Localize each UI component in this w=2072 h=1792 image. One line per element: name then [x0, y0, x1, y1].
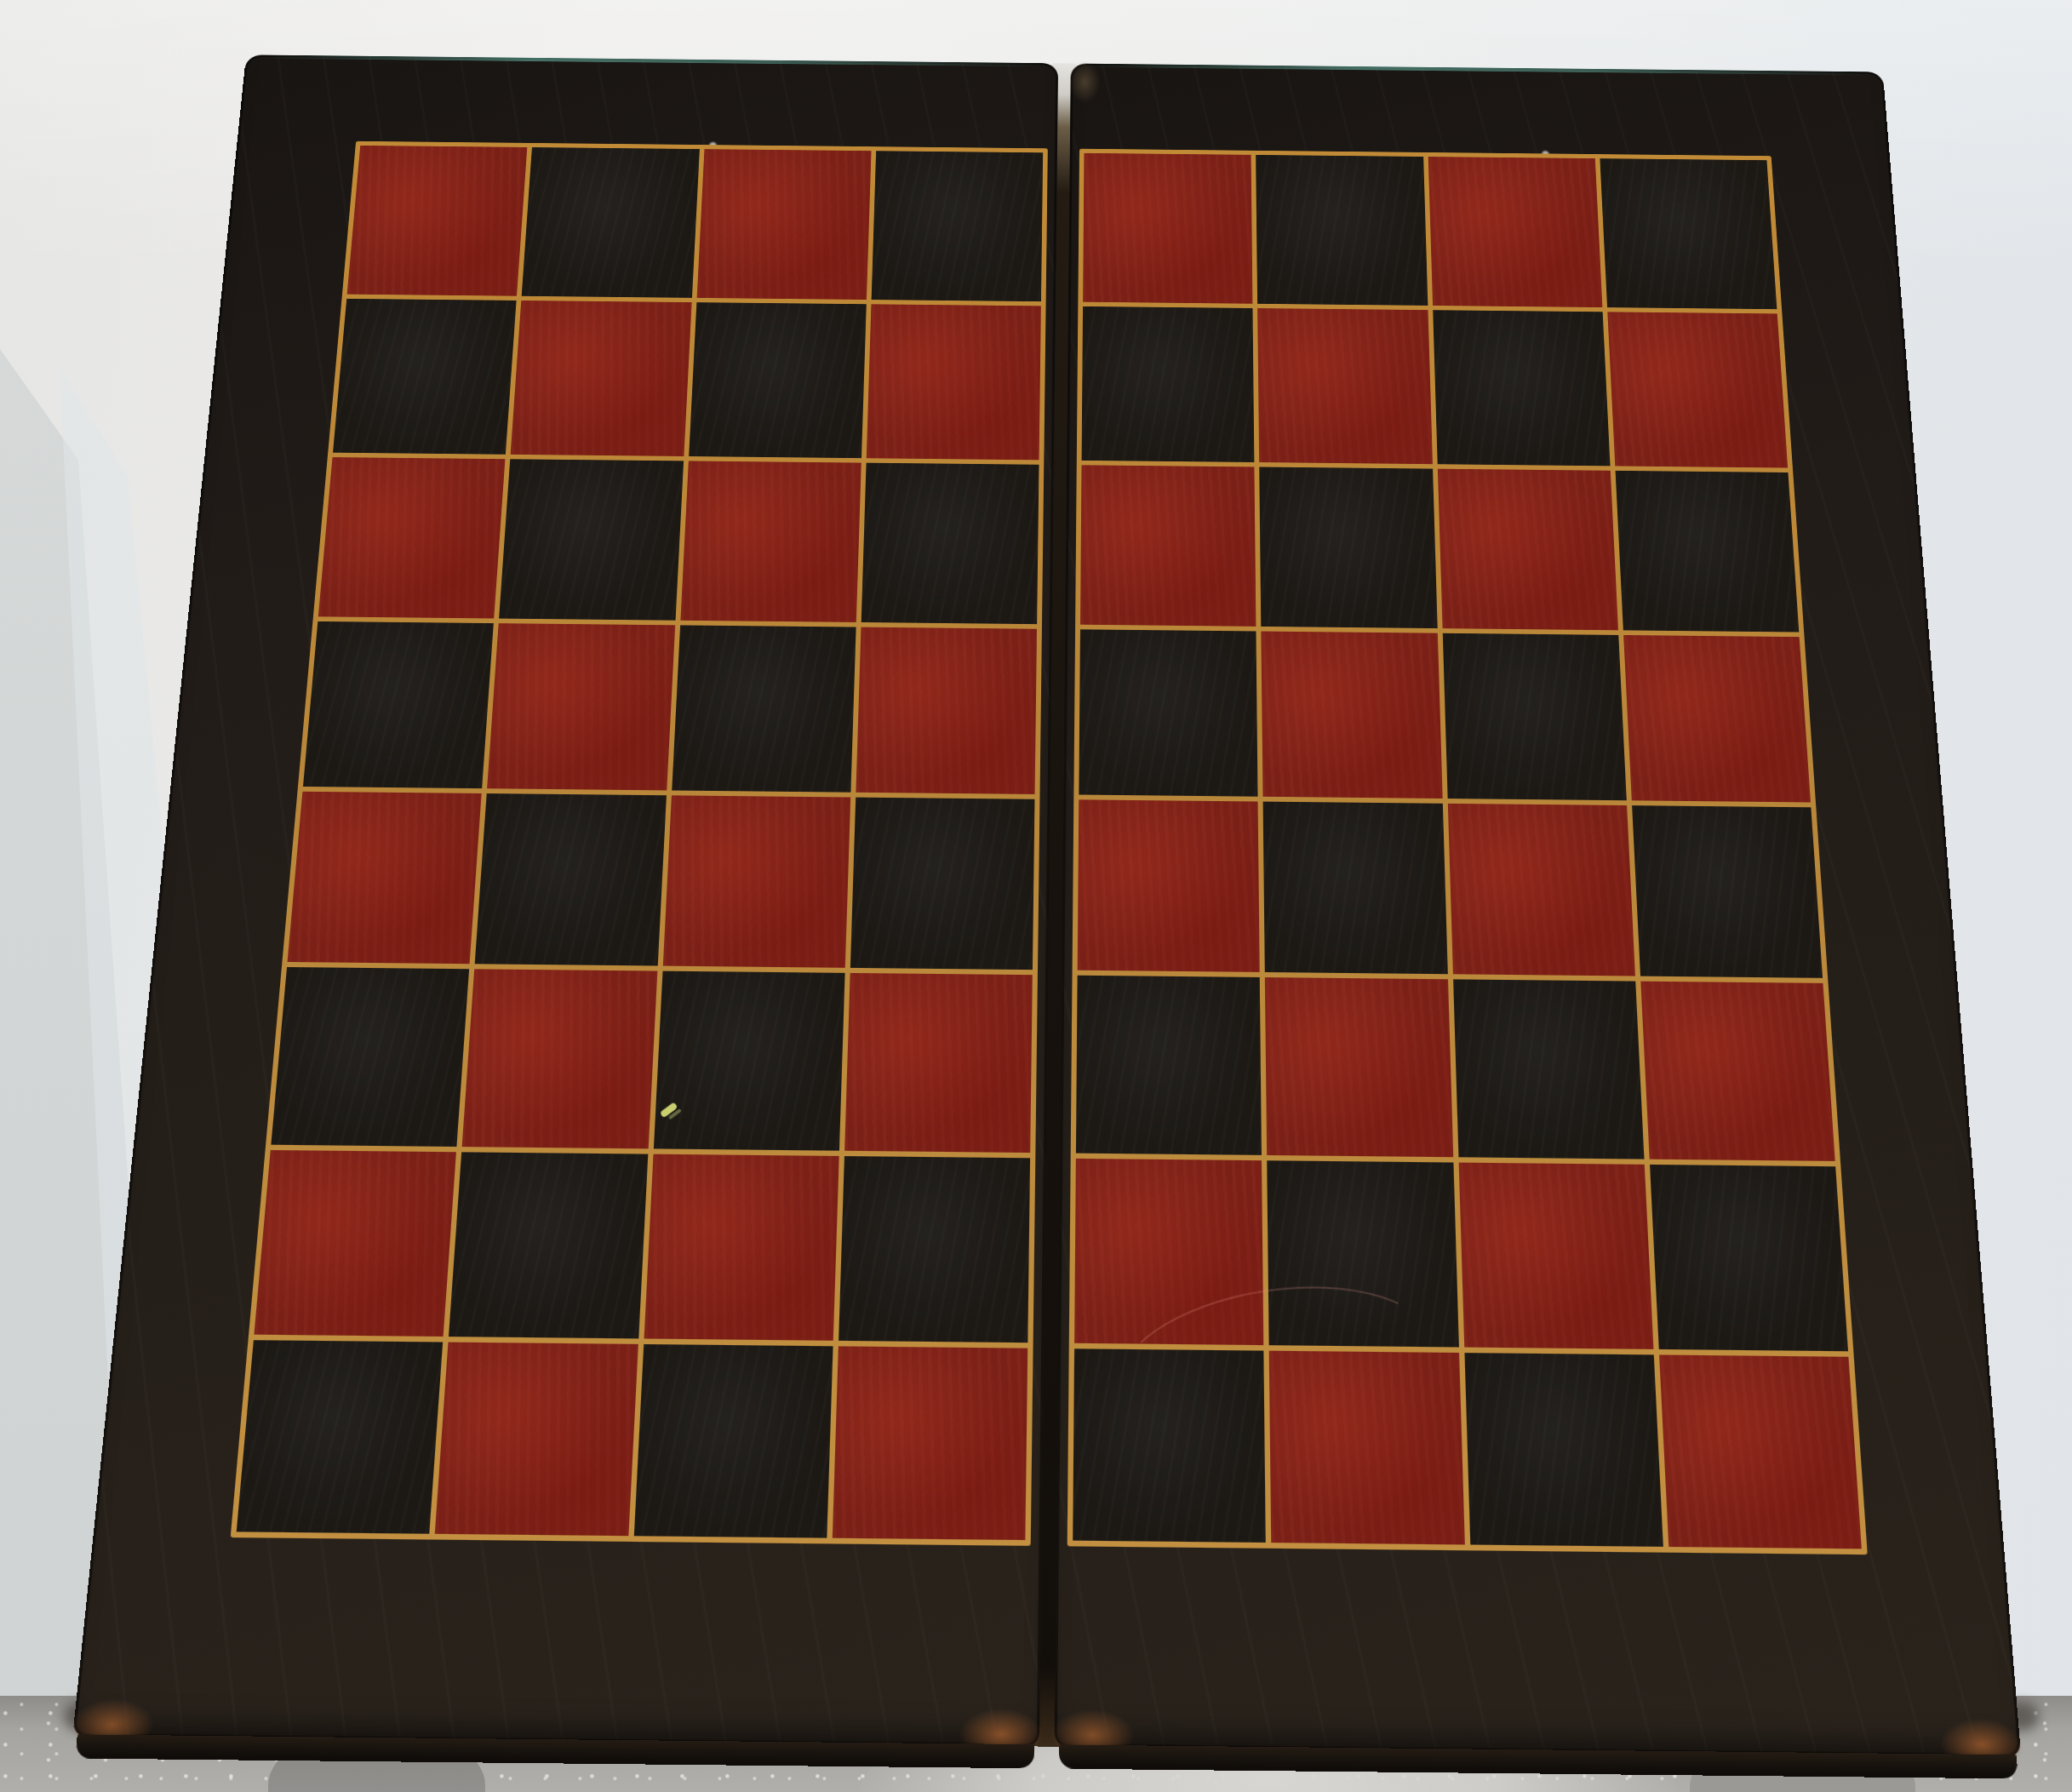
square-r1c1	[347, 146, 528, 296]
worn-corner	[959, 1708, 1043, 1761]
square-r4c2	[487, 623, 674, 790]
square-r8c1	[237, 1340, 444, 1533]
square-r3c4	[861, 462, 1039, 623]
square-r1c7	[1428, 157, 1602, 307]
square-r4c4	[856, 627, 1037, 793]
square-r3c6	[1259, 467, 1437, 627]
square-r4c8	[1623, 635, 1811, 802]
square-r5c8	[1632, 805, 1823, 979]
square-r5c4	[850, 797, 1035, 970]
square-r5c2	[475, 793, 667, 966]
square-r8c2	[435, 1343, 638, 1536]
square-r2c5	[1082, 306, 1255, 462]
square-r4c6	[1262, 631, 1443, 798]
square-r4c3	[672, 625, 856, 792]
square-r4c5	[1079, 629, 1257, 796]
square-r1c8	[1600, 158, 1777, 309]
square-r6c6	[1265, 977, 1453, 1157]
square-r2c8	[1607, 312, 1788, 467]
square-r4c7	[1442, 633, 1626, 799]
square-r2c4	[867, 304, 1041, 460]
square-r7c3	[644, 1154, 839, 1341]
board-right-panel	[1055, 63, 2022, 1756]
square-r2c6	[1257, 308, 1432, 464]
square-r4c1	[303, 621, 494, 788]
square-r6c2	[462, 970, 657, 1149]
square-r6c8	[1640, 982, 1835, 1161]
checker-grid-left	[231, 141, 1048, 1546]
square-r7c4	[839, 1156, 1030, 1343]
square-r5c1	[288, 791, 482, 964]
square-r5c5	[1078, 799, 1260, 972]
square-r2c2	[511, 301, 691, 456]
square-r3c5	[1080, 465, 1256, 626]
square-r6c3	[653, 971, 844, 1151]
board-left-panel	[72, 54, 1058, 1746]
square-r8c4	[833, 1347, 1028, 1541]
square-r7c7	[1458, 1163, 1653, 1349]
square-r7c8	[1650, 1165, 1848, 1351]
square-r5c7	[1447, 803, 1634, 976]
square-r6c5	[1076, 976, 1262, 1155]
square-r6c1	[271, 967, 469, 1147]
square-r6c7	[1453, 980, 1645, 1159]
square-r8c3	[633, 1344, 833, 1538]
worn-corner	[1050, 1709, 1135, 1761]
square-r3c8	[1615, 471, 1799, 633]
square-r3c3	[680, 461, 861, 621]
game-board	[72, 54, 2021, 1756]
square-r2c7	[1433, 310, 1611, 466]
square-r2c1	[333, 299, 517, 455]
square-r8c8	[1659, 1355, 1862, 1549]
square-r3c7	[1437, 468, 1617, 630]
square-r8c7	[1464, 1353, 1663, 1547]
worn-corner	[1938, 1718, 2026, 1771]
square-r3c2	[499, 459, 683, 620]
square-r7c2	[449, 1153, 648, 1339]
square-r6c4	[844, 973, 1033, 1153]
photo-scene	[0, 0, 2072, 1792]
square-r1c2	[522, 147, 700, 298]
worn-corner	[67, 1698, 157, 1751]
square-r5c6	[1263, 801, 1448, 975]
square-r2c3	[689, 302, 867, 458]
square-r7c1	[254, 1150, 456, 1337]
square-r1c3	[696, 149, 871, 300]
square-r3c1	[318, 457, 506, 618]
square-r1c6	[1256, 155, 1428, 306]
square-r1c4	[871, 151, 1043, 301]
square-r1c5	[1083, 153, 1253, 304]
square-r5c3	[662, 795, 850, 968]
